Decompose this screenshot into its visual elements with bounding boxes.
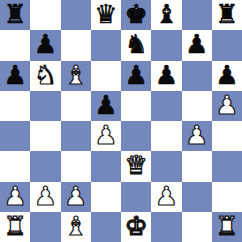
square-e7[interactable]: ♞: [121, 30, 151, 60]
square-h5[interactable]: ♟: [212, 91, 242, 121]
piece-white-rook[interactable]: ♜: [215, 213, 238, 239]
square-a6[interactable]: ♟: [0, 61, 30, 91]
piece-black-pawn[interactable]: ♟: [124, 62, 147, 88]
square-f4[interactable]: [151, 121, 181, 151]
piece-white-knight[interactable]: ♞: [34, 62, 57, 88]
piece-white-pawn[interactable]: ♟: [34, 183, 57, 209]
square-b8[interactable]: [30, 0, 60, 30]
square-b1[interactable]: [30, 212, 60, 242]
square-g5[interactable]: [182, 91, 212, 121]
square-f5[interactable]: [151, 91, 181, 121]
square-c6[interactable]: ♝: [61, 61, 91, 91]
piece-black-rook[interactable]: ♜: [3, 1, 26, 27]
square-g8[interactable]: [182, 0, 212, 30]
square-h3[interactable]: [212, 151, 242, 181]
chess-board: ♜♛♚♝♜♟♞♟♟♞♝♟♟♟♟♟♟♟♛♟♟♟♟♜♝♚♜: [0, 0, 242, 242]
square-d5[interactable]: ♟: [91, 91, 121, 121]
square-e5[interactable]: [121, 91, 151, 121]
square-a5[interactable]: [0, 91, 30, 121]
piece-black-pawn[interactable]: ♟: [34, 31, 57, 57]
piece-white-king[interactable]: ♚: [124, 213, 147, 239]
piece-black-knight[interactable]: ♞: [124, 31, 147, 57]
piece-black-pawn[interactable]: ♟: [3, 62, 26, 88]
piece-white-bishop[interactable]: ♝: [64, 62, 87, 88]
square-d1[interactable]: [91, 212, 121, 242]
square-a4[interactable]: [0, 121, 30, 151]
piece-black-pawn[interactable]: ♟: [94, 92, 117, 118]
square-c3[interactable]: [61, 151, 91, 181]
square-d2[interactable]: [91, 182, 121, 212]
square-c1[interactable]: ♝: [61, 212, 91, 242]
square-h6[interactable]: ♟: [212, 61, 242, 91]
piece-white-pawn[interactable]: ♟: [3, 183, 26, 209]
piece-black-king[interactable]: ♚: [124, 1, 147, 27]
square-f1[interactable]: [151, 212, 181, 242]
square-e4[interactable]: [121, 121, 151, 151]
square-g2[interactable]: [182, 182, 212, 212]
square-g3[interactable]: [182, 151, 212, 181]
square-f7[interactable]: [151, 30, 181, 60]
square-d6[interactable]: [91, 61, 121, 91]
piece-black-pawn[interactable]: ♟: [215, 62, 238, 88]
square-c7[interactable]: [61, 30, 91, 60]
square-b5[interactable]: [30, 91, 60, 121]
square-h1[interactable]: ♜: [212, 212, 242, 242]
square-h8[interactable]: ♜: [212, 0, 242, 30]
piece-black-queen[interactable]: ♛: [94, 1, 117, 27]
piece-black-bishop[interactable]: ♝: [155, 1, 178, 27]
square-e1[interactable]: ♚: [121, 212, 151, 242]
square-e2[interactable]: [121, 182, 151, 212]
square-g4[interactable]: ♟: [182, 121, 212, 151]
square-b6[interactable]: ♞: [30, 61, 60, 91]
square-d8[interactable]: ♛: [91, 0, 121, 30]
piece-white-queen[interactable]: ♛: [124, 152, 147, 178]
piece-white-pawn[interactable]: ♟: [64, 183, 87, 209]
square-g6[interactable]: [182, 61, 212, 91]
square-g1[interactable]: [182, 212, 212, 242]
square-a7[interactable]: [0, 30, 30, 60]
square-b7[interactable]: ♟: [30, 30, 60, 60]
square-b3[interactable]: [30, 151, 60, 181]
square-h4[interactable]: [212, 121, 242, 151]
piece-white-bishop[interactable]: ♝: [64, 213, 87, 239]
square-a2[interactable]: ♟: [0, 182, 30, 212]
chess-board-container: ♜♛♚♝♜♟♞♟♟♞♝♟♟♟♟♟♟♟♛♟♟♟♟♜♝♚♜: [0, 0, 242, 242]
square-a1[interactable]: ♜: [0, 212, 30, 242]
square-h7[interactable]: [212, 30, 242, 60]
square-f3[interactable]: [151, 151, 181, 181]
square-e6[interactable]: ♟: [121, 61, 151, 91]
piece-white-pawn[interactable]: ♟: [94, 122, 117, 148]
square-e8[interactable]: ♚: [121, 0, 151, 30]
square-e3[interactable]: ♛: [121, 151, 151, 181]
square-c2[interactable]: ♟: [61, 182, 91, 212]
square-f8[interactable]: ♝: [151, 0, 181, 30]
piece-black-pawn[interactable]: ♟: [185, 31, 208, 57]
square-a3[interactable]: [0, 151, 30, 181]
square-d4[interactable]: ♟: [91, 121, 121, 151]
square-c8[interactable]: [61, 0, 91, 30]
square-d3[interactable]: [91, 151, 121, 181]
square-c5[interactable]: [61, 91, 91, 121]
square-b2[interactable]: ♟: [30, 182, 60, 212]
square-a8[interactable]: ♜: [0, 0, 30, 30]
piece-black-pawn[interactable]: ♟: [155, 62, 178, 88]
piece-white-pawn[interactable]: ♟: [185, 122, 208, 148]
square-f6[interactable]: ♟: [151, 61, 181, 91]
piece-white-pawn[interactable]: ♟: [215, 92, 238, 118]
piece-white-rook[interactable]: ♜: [3, 213, 26, 239]
square-b4[interactable]: [30, 121, 60, 151]
square-h2[interactable]: [212, 182, 242, 212]
square-g7[interactable]: ♟: [182, 30, 212, 60]
square-f2[interactable]: ♟: [151, 182, 181, 212]
piece-white-pawn[interactable]: ♟: [155, 183, 178, 209]
piece-black-rook[interactable]: ♜: [215, 1, 238, 27]
square-c4[interactable]: [61, 121, 91, 151]
square-d7[interactable]: [91, 30, 121, 60]
